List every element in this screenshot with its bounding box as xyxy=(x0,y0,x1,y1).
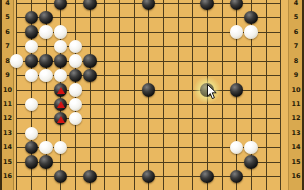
stone-white[interactable] xyxy=(54,25,68,38)
row-label: 6 xyxy=(289,29,303,36)
stone-black[interactable] xyxy=(54,0,68,10)
go-board[interactable] xyxy=(9,0,287,184)
right-border xyxy=(302,0,304,190)
stone-black[interactable] xyxy=(200,170,214,183)
row-label: 7 xyxy=(289,43,303,50)
stone-black[interactable] xyxy=(142,0,156,10)
stone-black[interactable] xyxy=(83,54,97,67)
stone-white[interactable] xyxy=(54,141,68,154)
stone-white[interactable] xyxy=(54,40,68,53)
stone-black[interactable] xyxy=(244,11,258,24)
stone-black[interactable] xyxy=(39,11,53,24)
stone-white[interactable] xyxy=(69,112,83,125)
stone-black-marked[interactable] xyxy=(54,112,68,125)
row-label: 16 xyxy=(289,173,303,180)
row-label: 10 xyxy=(289,87,303,94)
stone-white[interactable] xyxy=(39,25,53,38)
stone-black[interactable] xyxy=(25,141,39,154)
triangle-mark xyxy=(57,87,65,94)
stone-black[interactable] xyxy=(39,155,53,168)
stone-white[interactable] xyxy=(39,69,53,82)
stone-black[interactable] xyxy=(54,170,68,183)
left-border xyxy=(0,0,2,190)
stone-black[interactable] xyxy=(25,11,39,24)
row-label: 9 xyxy=(289,72,303,79)
row-label: 8 xyxy=(289,58,303,65)
stone-black[interactable] xyxy=(83,0,97,10)
stone-black[interactable] xyxy=(25,25,39,38)
row-label: 12 xyxy=(289,115,303,122)
stone-white[interactable] xyxy=(244,141,258,154)
stone-black[interactable] xyxy=(25,54,39,67)
stone-black[interactable] xyxy=(230,0,244,10)
stone-white[interactable] xyxy=(69,98,83,111)
stone-white[interactable] xyxy=(25,69,39,82)
row-label: 11 xyxy=(289,101,303,108)
stone-black[interactable] xyxy=(230,170,244,183)
row-labels-right: 45678910111213141516 xyxy=(288,0,303,190)
row-label: 4 xyxy=(289,0,303,7)
stone-black[interactable] xyxy=(69,69,83,82)
row-label: 5 xyxy=(289,14,303,21)
go-app-screenshot: 45678910111213141516 4567891011121314151… xyxy=(0,0,304,190)
stone-white[interactable] xyxy=(25,98,39,111)
stone-black[interactable] xyxy=(83,69,97,82)
triangle-mark xyxy=(57,116,65,123)
stone-black-marked[interactable] xyxy=(54,83,68,96)
stone-black[interactable] xyxy=(200,0,214,10)
row-label: 14 xyxy=(289,144,303,151)
stone-black[interactable] xyxy=(142,83,156,96)
row-label: 15 xyxy=(289,159,303,166)
stone-black[interactable] xyxy=(230,83,244,96)
stone-white[interactable] xyxy=(69,83,83,96)
mouse-cursor xyxy=(207,84,218,101)
stone-white[interactable] xyxy=(69,40,83,53)
stone-black[interactable] xyxy=(39,54,53,67)
stone-white[interactable] xyxy=(25,40,39,53)
stone-white[interactable] xyxy=(10,54,24,67)
stone-white[interactable] xyxy=(244,25,258,38)
triangle-mark xyxy=(57,101,65,108)
stone-white[interactable] xyxy=(230,25,244,38)
stone-white[interactable] xyxy=(69,54,83,67)
stone-white[interactable] xyxy=(39,141,53,154)
stone-white[interactable] xyxy=(54,69,68,82)
stone-black[interactable] xyxy=(244,155,258,168)
stone-black[interactable] xyxy=(83,170,97,183)
stone-white[interactable] xyxy=(230,141,244,154)
stone-black-marked[interactable] xyxy=(54,98,68,111)
stone-black[interactable] xyxy=(142,170,156,183)
stone-black[interactable] xyxy=(54,54,68,67)
row-label: 13 xyxy=(289,130,303,137)
stone-black[interactable] xyxy=(25,155,39,168)
stone-white[interactable] xyxy=(25,127,39,140)
